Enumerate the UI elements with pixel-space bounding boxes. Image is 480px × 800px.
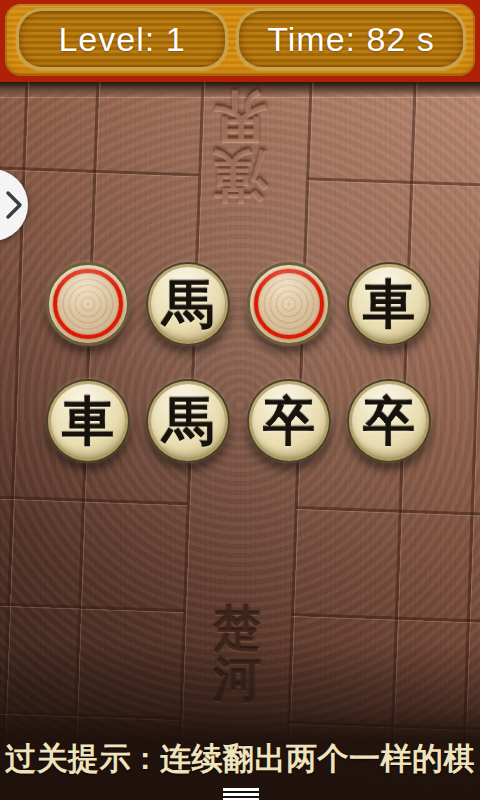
- piece-character: 車: [363, 278, 415, 330]
- level-label: Level: 1: [58, 20, 185, 59]
- piece-r0c3-車[interactable]: 車: [347, 262, 431, 346]
- tile-back-engraving: [263, 278, 315, 330]
- piece-r1c0-車[interactable]: 車: [46, 379, 130, 463]
- drag-handle[interactable]: [223, 788, 259, 800]
- time-display: Time: 82 s: [236, 8, 466, 70]
- app-screen: Level: 1 Time: 82 s 漢界 楚河 馬車車馬卒卒: [0, 0, 480, 800]
- piece-r1c3-卒[interactable]: 卒: [347, 379, 431, 463]
- level-display: Level: 1: [16, 8, 228, 70]
- piece-character: 卒: [263, 395, 315, 447]
- piece-character: 馬: [162, 278, 214, 330]
- piece-r1c1-馬[interactable]: 馬: [146, 379, 230, 463]
- header-bar: Level: 1 Time: 82 s: [0, 0, 480, 82]
- time-label: Time: 82 s: [267, 20, 434, 59]
- chevron-right-icon: [4, 189, 24, 221]
- game-board: 漢界 楚河 馬車車馬卒卒 过关提示 : 连续翻出两个一样的棋: [0, 82, 480, 800]
- piece-character: 車: [62, 395, 114, 447]
- red-ring-icon: [254, 269, 324, 339]
- river-text-han-jie: 漢界: [206, 86, 274, 205]
- tile-back-engraving: [62, 278, 114, 330]
- piece-r0c2-hidden[interactable]: [247, 262, 331, 346]
- red-ring-icon: [53, 269, 123, 339]
- piece-character: 馬: [162, 395, 214, 447]
- piece-r0c1-馬[interactable]: 馬: [146, 262, 230, 346]
- piece-r1c2-卒[interactable]: 卒: [247, 379, 331, 463]
- hint-text: 过关提示 : 连续翻出两个一样的棋: [0, 738, 480, 780]
- piece-character: 卒: [363, 395, 415, 447]
- piece-r0c0-hidden[interactable]: [46, 262, 130, 346]
